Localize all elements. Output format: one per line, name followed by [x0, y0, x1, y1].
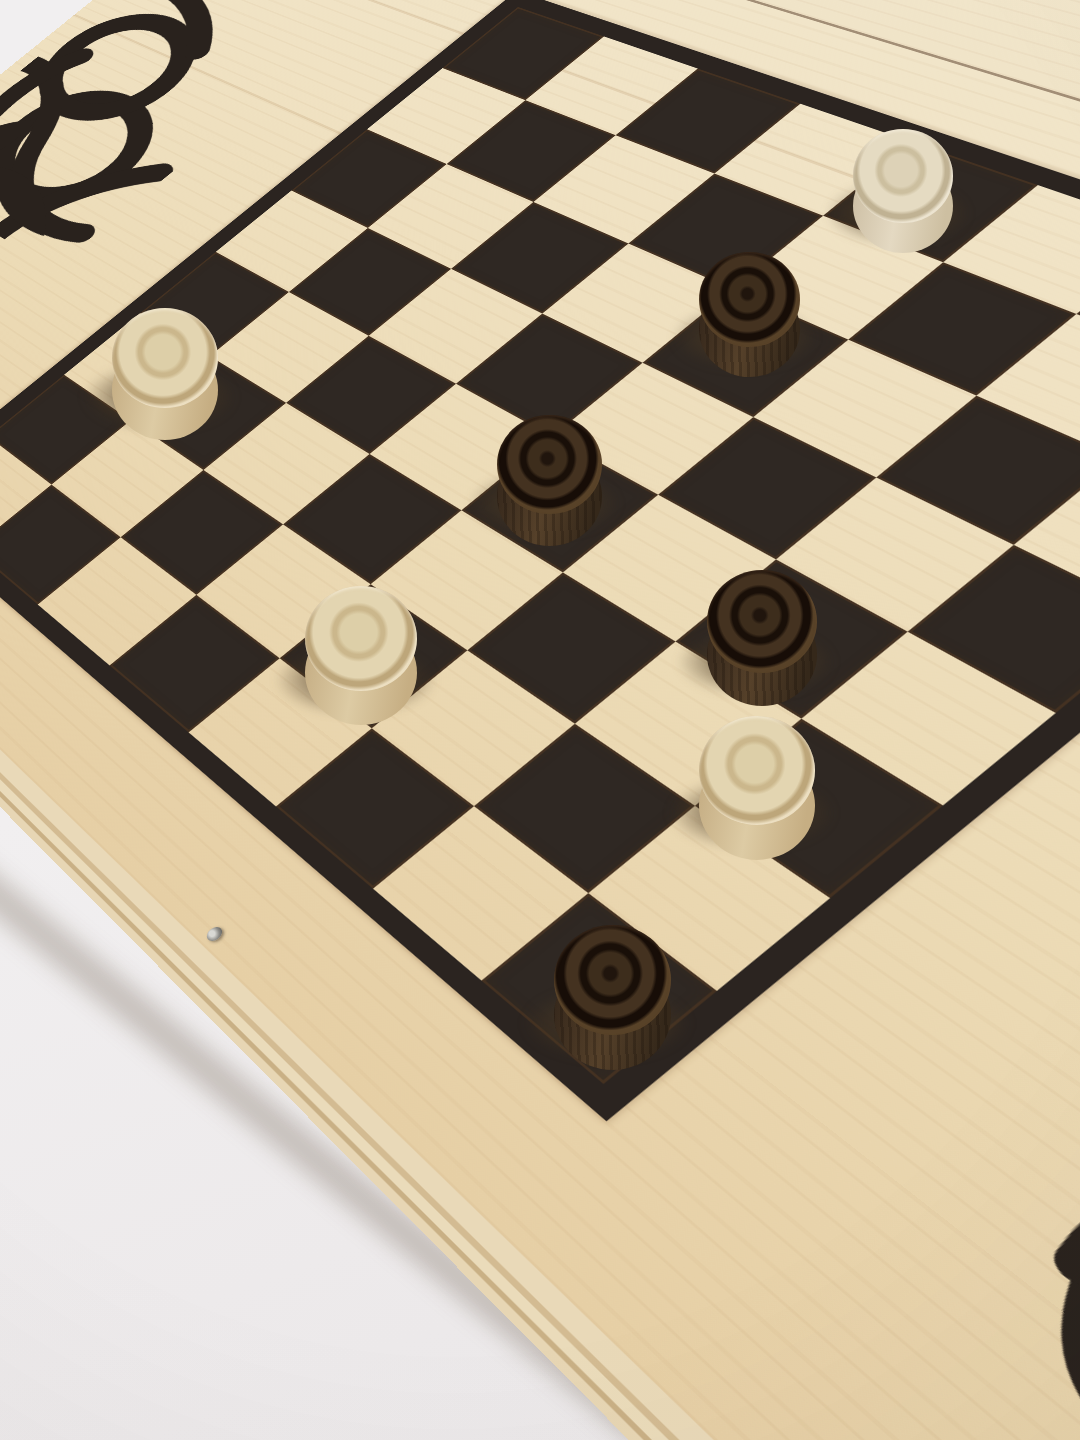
pieces-layer — [0, 0, 1080, 1440]
checker-white-w4[interactable] — [699, 716, 815, 860]
checker-dark-b4[interactable] — [554, 925, 671, 1070]
photo-stage — [0, 0, 1080, 1440]
checker-dark-b2[interactable] — [497, 415, 602, 546]
piece-top — [112, 308, 218, 408]
checker-white-w1[interactable] — [853, 129, 953, 253]
piece-top — [707, 570, 817, 673]
piece-top — [699, 252, 800, 347]
piece-top — [554, 925, 671, 1035]
checker-white-w3[interactable] — [305, 586, 417, 725]
piece-top — [699, 716, 815, 825]
piece-top — [497, 415, 602, 514]
checker-white-w2[interactable] — [112, 308, 218, 440]
checker-dark-b1[interactable] — [699, 252, 800, 377]
piece-top — [305, 586, 417, 691]
checker-dark-b3[interactable] — [707, 570, 817, 706]
piece-top — [853, 129, 953, 223]
